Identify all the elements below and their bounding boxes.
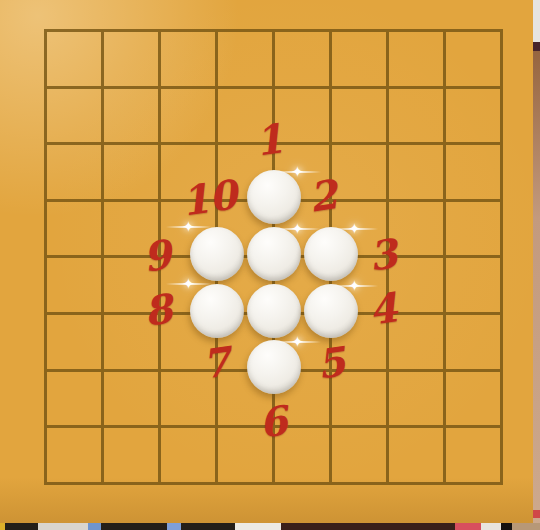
board-cell [218, 32, 275, 89]
board-cell [47, 145, 104, 202]
board-cell [104, 202, 161, 259]
board-cell [47, 372, 104, 429]
bottom-sliver-fragment [0, 523, 5, 530]
white-stone-E4[interactable] [247, 284, 301, 338]
board-cell [446, 428, 503, 485]
right-sliver-top [533, 0, 540, 42]
white-stone-E5[interactable] [247, 227, 301, 281]
board-cell [218, 89, 275, 146]
board-cell [389, 32, 446, 89]
board-cell [332, 89, 389, 146]
white-stone-E6[interactable] [247, 170, 301, 224]
board-cell [104, 145, 161, 202]
board-cell [446, 145, 503, 202]
board-cell [332, 372, 389, 429]
right-edge-sliver [533, 0, 540, 530]
board-cell [161, 372, 218, 429]
white-stone-E3[interactable] [247, 340, 301, 394]
bottom-sliver-fragment [512, 523, 540, 530]
board-cell [446, 315, 503, 372]
board-cell [47, 202, 104, 259]
board-cell [104, 32, 161, 89]
board-cell [275, 89, 332, 146]
bottom-sliver-fragment [38, 523, 88, 530]
white-stone-D4[interactable] [190, 284, 244, 338]
board-cell [161, 32, 218, 89]
board-cell [275, 428, 332, 485]
board-cell [389, 315, 446, 372]
bottom-edge-sliver [0, 523, 540, 530]
board-cell [332, 145, 389, 202]
board-cell [47, 258, 104, 315]
bottom-sliver-fragment [88, 523, 101, 530]
board-cell [104, 258, 161, 315]
board-cell [47, 89, 104, 146]
board-cell [332, 32, 389, 89]
right-sliver-band [533, 42, 540, 51]
board-cell [389, 372, 446, 429]
white-stone-D5[interactable] [190, 227, 244, 281]
board-cell [104, 89, 161, 146]
board-cell [389, 258, 446, 315]
bottom-sliver-fragment [167, 523, 181, 530]
right-sliver-wood [533, 51, 540, 530]
board-cell [332, 428, 389, 485]
board-cell [389, 145, 446, 202]
board-cell [161, 89, 218, 146]
board-cell [47, 315, 104, 372]
bottom-sliver-fragment [455, 523, 481, 530]
board-cell [161, 428, 218, 485]
bottom-sliver-fragment [235, 523, 281, 530]
board-cell [104, 372, 161, 429]
right-sliver-red-notch [533, 510, 540, 518]
board-cell [47, 32, 104, 89]
board-cell [47, 428, 104, 485]
board-cell [446, 32, 503, 89]
board-cell [218, 428, 275, 485]
board-cell [446, 89, 503, 146]
bottom-sliver-fragment [281, 523, 455, 530]
white-stone-F4[interactable] [304, 284, 358, 338]
board-cell [446, 258, 503, 315]
board-cell [389, 202, 446, 259]
board-cell [389, 89, 446, 146]
board-cell [161, 145, 218, 202]
screenshot-root: 12345678910 [0, 0, 540, 530]
board-cell [389, 428, 446, 485]
bottom-sliver-fragment [481, 523, 501, 530]
board-cell [104, 428, 161, 485]
bottom-sliver-fragment [501, 523, 512, 530]
board-cell [104, 315, 161, 372]
board-cell [275, 32, 332, 89]
board-cell [446, 202, 503, 259]
board-cell [446, 372, 503, 429]
white-stone-F5[interactable] [304, 227, 358, 281]
